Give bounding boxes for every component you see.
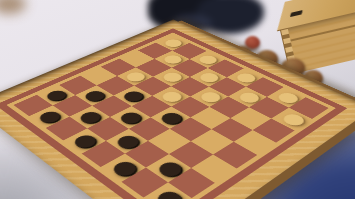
background-blur-object — [0, 0, 26, 14]
checkers-board-wrap: ●●●●●●●●●●●●●●●●●●●●●●●● — [28, 0, 313, 199]
photo-scene: ●●●●●●●●●●●●●●●●●●●●●●●● — [0, 0, 355, 199]
checkers-board: ●●●●●●●●●●●●●●●●●●●●●●●● — [0, 19, 355, 199]
